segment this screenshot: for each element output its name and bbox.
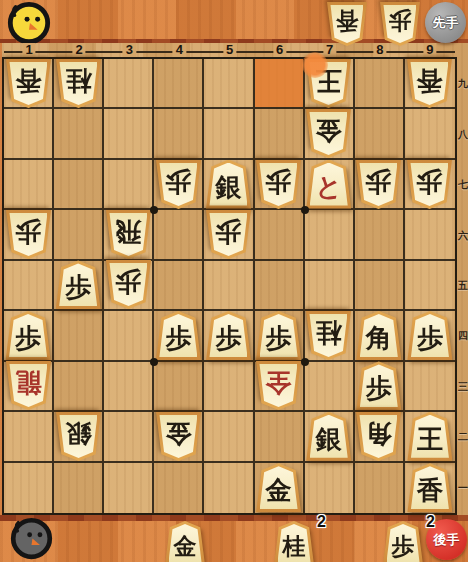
piece-glyph: 歩 bbox=[56, 260, 101, 309]
captured-count: 2 bbox=[317, 514, 326, 530]
board-cell-3七[interactable] bbox=[104, 160, 154, 210]
board-cell-5六[interactable]: 歩 bbox=[204, 210, 254, 260]
file-label-3: 3 bbox=[123, 43, 136, 57]
piece-glyph: 歩 bbox=[407, 311, 452, 360]
captured-金[interactable]: 金 bbox=[165, 521, 205, 562]
board-grid: 香桂王香金歩銀歩と歩歩歩飛歩歩歩歩歩歩歩桂角歩龍全歩銀金銀角王金香 bbox=[2, 57, 457, 515]
last-move-marker bbox=[302, 52, 328, 78]
board-cell-1四[interactable]: 歩 bbox=[4, 311, 54, 361]
board-cell-3九[interactable] bbox=[104, 59, 154, 109]
piece-glyph: 歩 bbox=[356, 361, 401, 410]
piece-歩[interactable]: 歩 bbox=[6, 210, 51, 259]
file-label-1: 1 bbox=[22, 43, 35, 57]
piece-glyph: 角 bbox=[356, 412, 401, 461]
sente-badge: 先手 bbox=[425, 2, 466, 43]
file-label-5: 5 bbox=[223, 43, 236, 57]
board-cell-9八[interactable] bbox=[405, 109, 455, 159]
sente-captured-tray: 香歩 bbox=[327, 2, 420, 46]
board-cell-9九[interactable]: 香 bbox=[405, 59, 455, 109]
piece-glyph: 桂 bbox=[274, 521, 314, 562]
piece-glyph: 飛 bbox=[106, 210, 151, 259]
board-cell-6九[interactable] bbox=[255, 59, 305, 109]
board-cell-7六[interactable] bbox=[305, 210, 355, 260]
piece-角[interactable]: 角 bbox=[356, 412, 401, 461]
file-label-6: 6 bbox=[273, 43, 286, 57]
rank-label-六: 六 bbox=[458, 230, 468, 242]
board-cell-5一[interactable] bbox=[204, 463, 254, 513]
board-cell-6七[interactable]: 歩 bbox=[255, 160, 305, 210]
board-cell-2一[interactable] bbox=[54, 463, 104, 513]
board-cell-6一[interactable]: 金 bbox=[255, 463, 305, 513]
board-cell-4五[interactable] bbox=[154, 261, 204, 311]
piece-glyph: 龍 bbox=[6, 361, 51, 410]
board-cell-6五[interactable] bbox=[255, 261, 305, 311]
board-cell-7二[interactable]: 銀 bbox=[305, 412, 355, 462]
board-cell-8二[interactable]: 角 bbox=[355, 412, 405, 462]
board-cell-1九[interactable]: 香 bbox=[4, 59, 54, 109]
piece-歩[interactable]: 歩 bbox=[356, 361, 401, 410]
captured-歩[interactable]: 歩 bbox=[380, 2, 420, 46]
piece-glyph: 角 bbox=[356, 311, 401, 360]
piece-歩[interactable]: 歩 bbox=[256, 160, 301, 209]
piece-歩[interactable]: 歩 bbox=[256, 311, 301, 360]
piece-香[interactable]: 香 bbox=[6, 59, 51, 108]
board-cell-3三[interactable] bbox=[104, 362, 154, 412]
piece-glyph: 歩 bbox=[206, 210, 251, 259]
rank-label-九: 九 bbox=[458, 78, 468, 90]
hoshi-dot bbox=[301, 358, 309, 366]
piece-glyph: 歩 bbox=[380, 2, 420, 46]
piece-歩[interactable]: 歩 bbox=[383, 521, 423, 562]
rank-label-二: 二 bbox=[458, 431, 468, 443]
board-cell-7五[interactable] bbox=[305, 261, 355, 311]
board-cell-3八[interactable] bbox=[104, 109, 154, 159]
piece-glyph: 歩 bbox=[256, 311, 301, 360]
piece-歩[interactable]: 歩 bbox=[356, 160, 401, 209]
hoshi-dot bbox=[150, 358, 158, 366]
board-cell-6三[interactable]: 全 bbox=[255, 362, 305, 412]
board-cell-4一[interactable] bbox=[154, 463, 204, 513]
board-cell-8一[interactable] bbox=[355, 463, 405, 513]
board-cell-8七[interactable]: 歩 bbox=[355, 160, 405, 210]
piece-glyph: 金 bbox=[165, 521, 205, 562]
board-cell-2六[interactable] bbox=[54, 210, 104, 260]
piece-glyph: 歩 bbox=[6, 210, 51, 259]
piece-と[interactable]: と bbox=[306, 160, 351, 209]
board-cell-2四[interactable] bbox=[54, 311, 104, 361]
piece-歩[interactable]: 歩 bbox=[156, 160, 201, 209]
piece-glyph: 歩 bbox=[383, 521, 423, 562]
board-cell-6八[interactable] bbox=[255, 109, 305, 159]
board-cell-2九[interactable]: 桂 bbox=[54, 59, 104, 109]
piece-香[interactable]: 香 bbox=[327, 2, 367, 46]
piece-飛[interactable]: 飛 bbox=[106, 210, 151, 259]
board-cell-4三[interactable] bbox=[154, 362, 204, 412]
board-cell-5四[interactable]: 歩 bbox=[204, 311, 254, 361]
hoshi-dot bbox=[301, 206, 309, 214]
board-cell-9六[interactable] bbox=[405, 210, 455, 260]
piece-glyph: 歩 bbox=[106, 260, 151, 309]
piece-歩[interactable]: 歩 bbox=[206, 210, 251, 259]
board-cell-7四[interactable]: 桂 bbox=[305, 311, 355, 361]
rank-ruler: 九八七六五四三二一 bbox=[457, 57, 468, 515]
board-cell-7三[interactable] bbox=[305, 362, 355, 412]
board-cell-9四[interactable]: 歩 bbox=[405, 311, 455, 361]
board-cell-8八[interactable] bbox=[355, 109, 405, 159]
gote-captured-tray: 金桂2歩2 bbox=[165, 521, 423, 562]
piece-glyph: 全 bbox=[256, 361, 301, 410]
board-cell-8六[interactable] bbox=[355, 210, 405, 260]
rank-label-三: 三 bbox=[458, 381, 468, 393]
board-cell-5八[interactable] bbox=[204, 109, 254, 159]
gray-chick-icon bbox=[9, 516, 54, 561]
board-cell-5二[interactable] bbox=[204, 412, 254, 462]
piece-歩[interactable]: 歩 bbox=[106, 260, 151, 309]
piece-glyph: 桂 bbox=[56, 59, 101, 108]
piece-glyph: 銀 bbox=[56, 412, 101, 461]
piece-glyph: 香 bbox=[407, 59, 452, 108]
captured-count: 2 bbox=[426, 514, 435, 530]
piece-glyph: 香 bbox=[407, 463, 452, 512]
board-cell-5三[interactable] bbox=[204, 362, 254, 412]
board-cell-9七[interactable]: 歩 bbox=[405, 160, 455, 210]
piece-glyph: 金 bbox=[156, 412, 201, 461]
board-cell-3五[interactable]: 歩 bbox=[104, 261, 154, 311]
piece-glyph: 香 bbox=[6, 59, 51, 108]
board-cell-3六[interactable]: 飛 bbox=[104, 210, 154, 260]
file-label-9: 9 bbox=[423, 43, 436, 57]
captured-香[interactable]: 香 bbox=[327, 2, 367, 46]
board-cell-4八[interactable] bbox=[154, 109, 204, 159]
board-cell-1七[interactable] bbox=[4, 160, 54, 210]
board-cell-7七[interactable]: と bbox=[305, 160, 355, 210]
file-label-4: 4 bbox=[173, 43, 186, 57]
board-cell-6二[interactable] bbox=[255, 412, 305, 462]
board-cell-5五[interactable] bbox=[204, 261, 254, 311]
board-cell-4六[interactable] bbox=[154, 210, 204, 260]
piece-香[interactable]: 香 bbox=[407, 59, 452, 108]
piece-桂[interactable]: 桂 bbox=[274, 521, 314, 562]
board-cell-8九[interactable] bbox=[355, 59, 405, 109]
board-cell-2二[interactable]: 銀 bbox=[54, 412, 104, 462]
gote-badge-label: 後手 bbox=[434, 533, 460, 546]
board-cell-2八[interactable] bbox=[54, 109, 104, 159]
board-cell-1六[interactable]: 歩 bbox=[4, 210, 54, 260]
piece-歩[interactable]: 歩 bbox=[156, 311, 201, 360]
piece-glyph: 歩 bbox=[206, 311, 251, 360]
board-cell-6六[interactable] bbox=[255, 210, 305, 260]
piece-glyph: 歩 bbox=[6, 311, 51, 360]
board-cell-5七[interactable]: 銀 bbox=[204, 160, 254, 210]
piece-金[interactable]: 金 bbox=[165, 521, 205, 562]
piece-歩[interactable]: 歩 bbox=[407, 160, 452, 209]
piece-glyph: 歩 bbox=[256, 160, 301, 209]
board-cell-9二[interactable]: 王 bbox=[405, 412, 455, 462]
piece-glyph: 歩 bbox=[156, 311, 201, 360]
board-cell-2七[interactable] bbox=[54, 160, 104, 210]
piece-glyph: 歩 bbox=[156, 160, 201, 209]
piece-香[interactable]: 香 bbox=[407, 463, 452, 512]
piece-金[interactable]: 金 bbox=[256, 463, 301, 512]
piece-桂[interactable]: 桂 bbox=[56, 59, 101, 108]
board-cell-9一[interactable]: 香 bbox=[405, 463, 455, 513]
piece-歩[interactable]: 歩 bbox=[380, 2, 420, 46]
captured-歩[interactable]: 歩2 bbox=[383, 521, 423, 562]
piece-glyph: と bbox=[306, 160, 351, 209]
board-cell-2五[interactable]: 歩 bbox=[54, 261, 104, 311]
shogi-app: 香歩 先手 123456789 九八七六五四三二一 香桂王香金歩銀歩と歩歩歩飛歩… bbox=[0, 0, 468, 562]
board-cell-4七[interactable]: 歩 bbox=[154, 160, 204, 210]
board-cell-9五[interactable] bbox=[405, 261, 455, 311]
board-cell-8五[interactable] bbox=[355, 261, 405, 311]
piece-glyph: 香 bbox=[327, 2, 367, 46]
piece-glyph: 銀 bbox=[306, 412, 351, 461]
board-cell-1八[interactable] bbox=[4, 109, 54, 159]
captured-桂[interactable]: 桂2 bbox=[274, 521, 314, 562]
board-cell-8三[interactable]: 歩 bbox=[355, 362, 405, 412]
piece-歩[interactable]: 歩 bbox=[56, 260, 101, 309]
board-cell-4二[interactable]: 金 bbox=[154, 412, 204, 462]
board-cell-3二[interactable] bbox=[104, 412, 154, 462]
board-cell-1三[interactable]: 龍 bbox=[4, 362, 54, 412]
board-cell-4九[interactable] bbox=[154, 59, 204, 109]
piece-歩[interactable]: 歩 bbox=[206, 311, 251, 360]
piece-王[interactable]: 王 bbox=[407, 412, 452, 461]
board-cell-7一[interactable] bbox=[305, 463, 355, 513]
piece-glyph: 歩 bbox=[407, 160, 452, 209]
piece-glyph: 金 bbox=[256, 463, 301, 512]
rank-label-四: 四 bbox=[458, 330, 468, 342]
board-cell-1一[interactable] bbox=[4, 463, 54, 513]
board-cell-2三[interactable] bbox=[54, 362, 104, 412]
piece-銀[interactable]: 銀 bbox=[206, 160, 251, 209]
piece-金[interactable]: 金 bbox=[156, 412, 201, 461]
piece-glyph: 桂 bbox=[306, 311, 351, 360]
piece-銀[interactable]: 銀 bbox=[56, 412, 101, 461]
board-cell-5九[interactable] bbox=[204, 59, 254, 109]
rank-label-七: 七 bbox=[458, 179, 468, 191]
piece-金[interactable]: 金 bbox=[306, 109, 351, 158]
board-cell-1五[interactable] bbox=[4, 261, 54, 311]
board-cell-1二[interactable] bbox=[4, 412, 54, 462]
board-cell-8四[interactable]: 角 bbox=[355, 311, 405, 361]
sente-badge-label: 先手 bbox=[433, 16, 459, 29]
rank-label-一: 一 bbox=[458, 482, 468, 494]
piece-角[interactable]: 角 bbox=[356, 311, 401, 360]
board-cell-9三[interactable] bbox=[405, 362, 455, 412]
piece-龍[interactable]: 龍 bbox=[6, 361, 51, 410]
piece-glyph: 王 bbox=[407, 412, 452, 461]
board-cell-7八[interactable]: 金 bbox=[305, 109, 355, 159]
piece-歩[interactable]: 歩 bbox=[407, 311, 452, 360]
board-cell-6四[interactable]: 歩 bbox=[255, 311, 305, 361]
piece-glyph: 銀 bbox=[206, 160, 251, 209]
piece-桂[interactable]: 桂 bbox=[306, 311, 351, 360]
piece-glyph: 歩 bbox=[356, 160, 401, 209]
board-cell-3一[interactable] bbox=[104, 463, 154, 513]
file-label-2: 2 bbox=[73, 43, 86, 57]
rank-label-五: 五 bbox=[458, 280, 468, 292]
rank-label-八: 八 bbox=[458, 129, 468, 141]
piece-歩[interactable]: 歩 bbox=[6, 311, 51, 360]
piece-銀[interactable]: 銀 bbox=[306, 412, 351, 461]
yellow-chick-icon bbox=[6, 0, 52, 46]
board-cell-4四[interactable]: 歩 bbox=[154, 311, 204, 361]
piece-全[interactable]: 全 bbox=[256, 361, 301, 410]
piece-glyph: 金 bbox=[306, 109, 351, 158]
board-cell-3四[interactable] bbox=[104, 311, 154, 361]
